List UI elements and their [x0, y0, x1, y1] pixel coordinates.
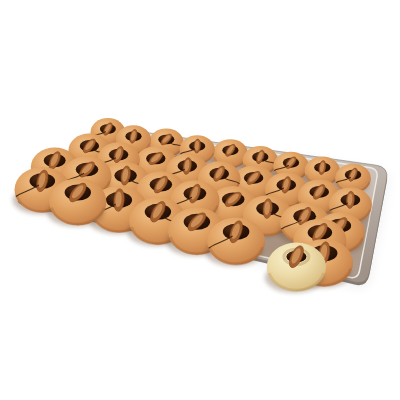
tray-scene-svg — [0, 0, 400, 400]
cookie-tray-photo: Overhead photo of a rectangular stainles… — [0, 0, 400, 400]
cookies — [13, 118, 372, 293]
